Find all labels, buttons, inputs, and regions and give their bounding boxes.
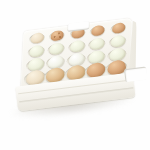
egg-brown_speckled: [51, 29, 65, 41]
egg-pocket-r2c3: [68, 40, 86, 53]
egg-pocket-r2c4: [88, 37, 106, 50]
egg-pocket-r1c4: [90, 25, 106, 37]
egg-pocket-r1c2: [49, 30, 65, 42]
egg-green: [29, 44, 44, 57]
egg-green: [49, 42, 64, 55]
egg-pocket-r1c1: [29, 32, 45, 44]
egg-green: [110, 34, 125, 47]
egg-box-photo: [0, 0, 150, 150]
egg-brown: [91, 24, 105, 36]
egg-cream: [30, 32, 44, 44]
egg-pocket-r2c1: [27, 45, 45, 58]
egg-pocket-r1c5: [110, 22, 126, 34]
foam-seam-lower: [19, 87, 133, 103]
egg-pocket-r2c2: [48, 42, 66, 55]
egg-green: [90, 37, 105, 50]
egg-box: [8, 18, 147, 127]
egg-pocket-r2c5: [108, 35, 126, 48]
egg-brown: [111, 22, 125, 34]
egg-green: [69, 39, 84, 52]
lift-notch-right-edge: [124, 67, 147, 83]
